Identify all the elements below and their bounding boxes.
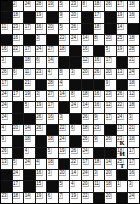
- grid-cell[interactable]: 24: [128, 193, 139, 203]
- grid-cell[interactable]: 19: [24, 91, 35, 101]
- cell-number: 22: [59, 125, 66, 131]
- grid-cell[interactable]: 23К: [117, 136, 128, 146]
- cell-number: 20: [106, 193, 113, 199]
- grid-cell[interactable]: 6: [13, 69, 24, 79]
- grid-cell[interactable]: 27: [47, 91, 58, 101]
- grid-cell[interactable]: 13: [117, 69, 128, 79]
- grid-cell[interactable]: 18: [82, 91, 93, 101]
- grid-cell[interactable]: 20: [105, 35, 116, 45]
- black-cell: [36, 80, 47, 90]
- grid-cell[interactable]: 3: [128, 181, 139, 191]
- grid-cell[interactable]: 24: [24, 159, 35, 169]
- cell-number: 19: [117, 46, 124, 52]
- grid-cell[interactable]: 24: [70, 102, 81, 112]
- grid-cell[interactable]: 16: [94, 91, 105, 101]
- cell-number: 24: [129, 69, 136, 75]
- grid-cell[interactable]: 6: [36, 57, 47, 67]
- cell-number: 26: [83, 114, 90, 120]
- grid-cell[interactable]: 4: [1, 125, 12, 135]
- cell-number: 18: [59, 46, 66, 52]
- grid-cell[interactable]: 5: [59, 1, 70, 11]
- grid-cell[interactable]: 25Т: [117, 159, 128, 169]
- cell-number: 26: [36, 114, 43, 120]
- grid-cell[interactable]: 26: [94, 69, 105, 79]
- cell-number: 3: [48, 170, 52, 176]
- grid-cell[interactable]: 17: [105, 57, 116, 67]
- grid-cell[interactable]: 19: [36, 102, 47, 112]
- grid-cell[interactable]: 4: [47, 69, 58, 79]
- grid-cell[interactable]: 27: [47, 46, 58, 56]
- black-cell: [24, 114, 35, 124]
- grid-cell[interactable]: 24: [36, 46, 47, 56]
- grid-cell[interactable]: 19: [47, 1, 58, 11]
- black-cell: [70, 46, 81, 56]
- black-cell: [24, 170, 35, 180]
- cell-number: 9: [2, 136, 6, 142]
- grid-cell[interactable]: 3: [70, 69, 81, 79]
- grid-cell[interactable]: 20: [47, 24, 58, 34]
- cell-number: 26: [2, 148, 9, 154]
- cell-number: 18: [94, 159, 101, 165]
- grid-cell[interactable]: 26: [70, 24, 81, 34]
- grid-cell[interactable]: 8: [94, 35, 105, 45]
- grid-cell[interactable]: 24: [1, 102, 12, 112]
- grid-cell[interactable]: 17: [24, 24, 35, 34]
- black-cell: [94, 193, 105, 203]
- grid-cell[interactable]: 16: [13, 35, 24, 45]
- grid-cell[interactable]: 19: [36, 12, 47, 22]
- grid-cell[interactable]: 26: [105, 136, 116, 146]
- cell-number: 3: [36, 35, 40, 41]
- grid-cell[interactable]: 18: [128, 1, 139, 11]
- grid-cell[interactable]: 18: [128, 102, 139, 112]
- grid-cell[interactable]: 21: [128, 57, 139, 67]
- grid-cell[interactable]: 23: [105, 91, 116, 101]
- grid-cell[interactable]: 9: [1, 136, 12, 146]
- grid-cell[interactable]: 22: [82, 193, 93, 203]
- grid-cell[interactable]: 26: [36, 125, 47, 135]
- cell-number: 24: [59, 136, 66, 142]
- grid-cell[interactable]: 16: [94, 57, 105, 67]
- grid-cell[interactable]: 22: [59, 125, 70, 135]
- cell-number: 27: [48, 91, 55, 97]
- cell-number: 14: [25, 193, 32, 199]
- grid-cell[interactable]: 20: [82, 181, 93, 191]
- grid-cell[interactable]: 26: [1, 148, 12, 158]
- grid-cell[interactable]: 18: [59, 46, 70, 56]
- black-cell: [70, 114, 81, 124]
- cell-number: 4: [48, 69, 52, 75]
- grid-cell[interactable]: 17: [117, 1, 128, 11]
- grid-cell[interactable]: 9: [94, 114, 105, 124]
- grid-cell[interactable]: 20: [70, 12, 81, 22]
- grid-cell[interactable]: 20: [105, 170, 116, 180]
- grid-cell[interactable]: 14: [117, 24, 128, 34]
- cell-number: 4: [25, 148, 29, 154]
- black-cell: [36, 148, 47, 158]
- grid-cell[interactable]: 26: [82, 114, 93, 124]
- black-cell: [13, 80, 24, 90]
- grid-cell[interactable]: 24: [24, 1, 35, 11]
- grid-cell[interactable]: 16: [82, 46, 93, 56]
- cell-number: 24: [36, 46, 43, 52]
- grid-cell[interactable]: 7: [59, 193, 70, 203]
- grid-cell[interactable]: 11: [1, 24, 12, 34]
- grid-cell[interactable]: 6: [70, 125, 81, 135]
- grid-cell[interactable]: 28: [36, 1, 47, 11]
- grid-cell[interactable]: 26: [1, 69, 12, 79]
- cell-number: 25: [117, 35, 124, 41]
- grid-cell[interactable]: 17: [1, 80, 12, 90]
- grid-cell[interactable]: 16: [128, 170, 139, 180]
- grid-cell[interactable]: 3: [47, 170, 58, 180]
- grid-cell[interactable]: 20: [13, 125, 24, 135]
- grid-cell[interactable]: 14: [59, 91, 70, 101]
- cell-number: 18: [48, 159, 55, 165]
- grid-cell[interactable]: 26: [82, 136, 93, 146]
- cell-number: 16: [48, 114, 55, 120]
- cell-number: 8: [59, 69, 63, 75]
- cell-number: 5: [25, 102, 29, 108]
- black-cell: [47, 125, 58, 135]
- cell-number: 16: [83, 46, 90, 52]
- grid-cell[interactable]: 24: [59, 136, 70, 146]
- cell-number: 18: [25, 57, 32, 63]
- grid-cell[interactable]: 14: [24, 125, 35, 135]
- cell-number: 14: [106, 159, 113, 165]
- grid-cell[interactable]: 17: [128, 148, 139, 158]
- grid-cell[interactable]: 3: [36, 35, 47, 45]
- black-cell: [13, 57, 24, 67]
- grid-cell[interactable]: 3: [94, 170, 105, 180]
- grid-cell[interactable]: 18: [47, 136, 58, 146]
- grid-cell[interactable]: 12: [128, 91, 139, 101]
- grid-cell[interactable]: 6: [47, 193, 58, 203]
- grid-cell[interactable]: 8: [82, 1, 93, 11]
- grid-cell[interactable]: 26: [36, 114, 47, 124]
- grid-cell[interactable]: 18И: [117, 148, 128, 158]
- cell-number: 6: [13, 69, 17, 75]
- cell-number: 18: [13, 193, 20, 199]
- cell-number: 20: [59, 170, 66, 176]
- grid-cell[interactable]: 13: [1, 159, 12, 169]
- cell-number: 20: [83, 181, 90, 187]
- grid-cell[interactable]: 16: [47, 114, 58, 124]
- grid-cell[interactable]: 3: [128, 114, 139, 124]
- cell-number: 26: [2, 69, 9, 75]
- grid-cell[interactable]: 15: [36, 181, 47, 191]
- grid-cell[interactable]: 18: [13, 193, 24, 203]
- grid-cell[interactable]: 24: [82, 170, 93, 180]
- black-cell: [82, 80, 93, 90]
- cell-number: 20: [71, 12, 78, 18]
- grid-cell[interactable]: 5: [59, 24, 70, 34]
- grid-cell[interactable]: 24: [117, 114, 128, 124]
- cell-number: 14: [48, 57, 55, 63]
- grid-cell[interactable]: 5: [13, 159, 24, 169]
- grid-cell[interactable]: 16: [36, 170, 47, 180]
- grid-cell[interactable]: 28: [47, 80, 58, 90]
- cell-number: 12: [83, 57, 90, 63]
- grid-cell[interactable]: 4: [59, 80, 70, 90]
- grid-cell[interactable]: 22: [13, 46, 24, 56]
- black-cell: [105, 12, 116, 22]
- grid-cell[interactable]: 17: [47, 102, 58, 112]
- cell-number: 1: [117, 181, 121, 187]
- black-cell: [105, 148, 116, 158]
- cell-number: 6: [48, 193, 52, 199]
- cell-number: 18: [13, 12, 20, 18]
- cell-number: 15: [36, 181, 43, 187]
- black-cell: [128, 24, 139, 34]
- cell-number: 14: [117, 24, 124, 30]
- cell-number: 24: [25, 159, 32, 165]
- grid-cell[interactable]: 25: [117, 35, 128, 45]
- black-cell: [1, 1, 12, 11]
- cell-number: 17: [106, 57, 113, 63]
- grid-cell[interactable]: 12: [82, 57, 93, 67]
- grid-cell[interactable]: 5: [105, 46, 116, 56]
- grid-cell[interactable]: 22: [117, 102, 128, 112]
- grid-cell[interactable]: 28: [128, 46, 139, 56]
- grid-cell[interactable]: 23: [94, 125, 105, 135]
- grid-cell[interactable]: 24: [1, 114, 12, 124]
- cell-number: 4: [36, 159, 40, 165]
- cell-number: 26: [106, 1, 113, 7]
- black-cell: [13, 136, 24, 146]
- grid-cell[interactable]: 24: [1, 91, 12, 101]
- cell-number: 18: [48, 136, 55, 142]
- grid-cell[interactable]: 3: [1, 57, 12, 67]
- grid-cell[interactable]: 20: [105, 193, 116, 203]
- cell-number: 18: [129, 136, 136, 142]
- grid-cell[interactable]: 17: [24, 46, 35, 56]
- grid-cell[interactable]: 20: [105, 69, 116, 79]
- grid-cell[interactable]: 16: [1, 46, 12, 56]
- cell-number: 20: [106, 69, 113, 75]
- grid-cell[interactable]: 18: [105, 181, 116, 191]
- cell-number: 9: [94, 136, 98, 142]
- cell-number: 19: [36, 102, 43, 108]
- grid-cell[interactable]: 12: [105, 102, 116, 112]
- cell-number: 18: [83, 91, 90, 97]
- grid-cell[interactable]: 26: [105, 1, 116, 11]
- grid-cell[interactable]: 23: [1, 193, 12, 203]
- grid-cell[interactable]: 17: [94, 12, 105, 22]
- cell-number: 3: [94, 170, 98, 176]
- grid-cell[interactable]: 16: [128, 12, 139, 22]
- grid-cell[interactable]: 23: [13, 24, 24, 34]
- grid-cell[interactable]: 3: [36, 91, 47, 101]
- cell-number: 22: [71, 159, 78, 165]
- cell-number: 16: [129, 170, 136, 176]
- cell-number: 14: [25, 125, 32, 131]
- black-cell: [1, 181, 12, 191]
- grid-cell[interactable]: 17: [128, 159, 139, 169]
- grid-cell[interactable]: 17: [13, 91, 24, 101]
- grid-cell[interactable]: 9: [105, 80, 116, 90]
- grid-cell[interactable]: 18: [24, 57, 35, 67]
- black-cell: [13, 148, 24, 158]
- grid-cell[interactable]: 5: [59, 181, 70, 191]
- grid-cell[interactable]: 23: [36, 69, 47, 79]
- grid-cell[interactable]: 18: [94, 1, 105, 11]
- cell-number: 18: [25, 136, 32, 142]
- cell-number: 3: [129, 181, 133, 187]
- cell-number: 24: [71, 102, 78, 108]
- grid-cell[interactable]: 5: [24, 102, 35, 112]
- cell-number: 19: [25, 91, 32, 97]
- cell-number: 26: [94, 69, 101, 75]
- grid-cell[interactable]: 17: [82, 159, 93, 169]
- cell-number: 14: [71, 170, 78, 176]
- cell-number: 24: [2, 91, 9, 97]
- cell-number: 22: [117, 102, 124, 108]
- cell-number: 8: [71, 91, 75, 97]
- grid-cell[interactable]: 23: [70, 1, 81, 11]
- grid-cell[interactable]: 11: [94, 181, 105, 191]
- grid-cell[interactable]: 20: [59, 170, 70, 180]
- grid-cell[interactable]: 9: [59, 12, 70, 22]
- cell-number: 17: [48, 102, 55, 108]
- grid-cell[interactable]: 19: [117, 12, 128, 22]
- grid-cell[interactable]: 24: [82, 148, 93, 158]
- black-cell: [24, 35, 35, 45]
- cell-number: 18: [129, 35, 136, 41]
- grid-cell[interactable]: 14: [24, 193, 35, 203]
- grid-cell[interactable]: 3: [59, 114, 70, 124]
- cell-number: 3: [59, 114, 63, 120]
- cell-number: 18: [129, 102, 136, 108]
- grid-cell[interactable]: 24: [13, 170, 24, 180]
- grid-cell[interactable]: 26: [117, 91, 128, 101]
- cell-number: 5: [13, 159, 17, 165]
- grid-cell[interactable]: 1: [117, 181, 128, 191]
- grid-cell[interactable]: 14: [82, 35, 93, 45]
- grid-cell[interactable]: 8: [59, 69, 70, 79]
- cell-number: 17: [2, 80, 9, 86]
- black-cell: [70, 136, 81, 146]
- grid-cell[interactable]: 17: [105, 114, 116, 124]
- cell-number: 24: [25, 1, 32, 7]
- grid-cell[interactable]: 24: [70, 35, 81, 45]
- cell-number: 20: [106, 170, 113, 176]
- black-cell: [1, 12, 12, 22]
- black-cell: [82, 12, 93, 22]
- cell-number: 26: [36, 125, 43, 131]
- cell-number: 19: [117, 12, 124, 18]
- grid-cell[interactable]: 4: [70, 181, 81, 191]
- grid-cell[interactable]: 20: [82, 69, 93, 79]
- cell-number: 14: [83, 102, 90, 108]
- cell-number: 16: [2, 46, 9, 52]
- cell-number: 19: [36, 193, 43, 199]
- grid-cell[interactable]: 18: [13, 12, 24, 22]
- black-cell: [117, 80, 128, 90]
- cell-number: 11: [94, 181, 100, 187]
- cell-number: 17: [106, 114, 113, 120]
- cell-number: 3: [2, 57, 6, 63]
- grid-cell[interactable]: 14: [47, 57, 58, 67]
- grid-cell[interactable]: 18: [128, 136, 139, 146]
- black-cell: [94, 148, 105, 158]
- black-cell: [117, 170, 128, 180]
- black-cell: [47, 181, 58, 191]
- grid-cell[interactable]: 5: [47, 148, 58, 158]
- grid-cell[interactable]: 16: [94, 102, 105, 112]
- grid-cell[interactable]: 19: [36, 193, 47, 203]
- cell-number: 28: [129, 46, 136, 52]
- cell-number: 9: [59, 12, 63, 18]
- grid-cell[interactable]: 26: [70, 148, 81, 158]
- grid-cell[interactable]: 14: [105, 159, 116, 169]
- given-letter: К: [117, 139, 128, 146]
- grid-cell[interactable]: 18: [94, 24, 105, 34]
- grid-cell[interactable]: 19: [117, 46, 128, 56]
- grid-cell[interactable]: 8: [70, 91, 81, 101]
- grid-cell[interactable]: 22: [70, 159, 81, 169]
- cell-number: 5: [59, 1, 63, 7]
- grid-cell[interactable]: 19: [70, 193, 81, 203]
- cell-number: 24: [129, 193, 136, 199]
- cell-number: 27: [48, 46, 55, 52]
- grid-cell[interactable]: 4: [36, 159, 47, 169]
- cell-number: 23: [71, 1, 78, 7]
- grid-cell[interactable]: 4: [24, 148, 35, 158]
- grid-cell[interactable]: 18: [47, 159, 58, 169]
- grid-cell[interactable]: 22: [59, 35, 70, 45]
- grid-cell[interactable]: 2: [13, 1, 24, 11]
- grid-cell[interactable]: 21: [24, 80, 35, 90]
- grid-cell[interactable]: 11: [24, 69, 35, 79]
- grid-cell[interactable]: 9: [94, 136, 105, 146]
- cell-number: 18: [129, 80, 136, 86]
- grid-cell[interactable]: 18: [24, 136, 35, 146]
- cell-number: 5: [59, 181, 63, 187]
- cell-number: 16: [94, 91, 101, 97]
- given-letter: И: [117, 151, 128, 158]
- black-cell: [13, 114, 24, 124]
- grid-cell[interactable]: 24: [128, 69, 139, 79]
- grid-cell[interactable]: 18: [128, 80, 139, 90]
- grid-cell[interactable]: 19: [59, 148, 70, 158]
- codeword-board: 2242819523818261718181992017191611231716…: [0, 0, 140, 204]
- cell-number: 6: [36, 57, 40, 63]
- grid-cell[interactable]: 17: [13, 181, 24, 191]
- grid-cell[interactable]: 18: [82, 125, 93, 135]
- grid-cell[interactable]: 13: [117, 125, 128, 135]
- cell-number: 20: [83, 69, 90, 75]
- grid-cell[interactable]: 18: [128, 35, 139, 45]
- cell-number: 24: [2, 114, 9, 120]
- cell-number: 22: [59, 35, 66, 41]
- cell-number: 5: [106, 46, 110, 52]
- cell-number: 21: [129, 125, 136, 131]
- black-cell: [117, 193, 128, 203]
- cell-number: 22: [83, 193, 90, 199]
- grid-cell[interactable]: 18: [94, 159, 105, 169]
- grid-cell[interactable]: 16: [36, 24, 47, 34]
- black-cell: [1, 35, 12, 45]
- cell-number: 8: [94, 35, 98, 41]
- grid-cell[interactable]: 21: [128, 125, 139, 135]
- cell-number: 24: [83, 148, 90, 154]
- grid-cell[interactable]: 14: [82, 102, 93, 112]
- cell-number: 17: [94, 12, 101, 18]
- grid-cell[interactable]: 14: [70, 170, 81, 180]
- cell-number: 19: [59, 148, 66, 154]
- cell-number: 17: [13, 91, 20, 97]
